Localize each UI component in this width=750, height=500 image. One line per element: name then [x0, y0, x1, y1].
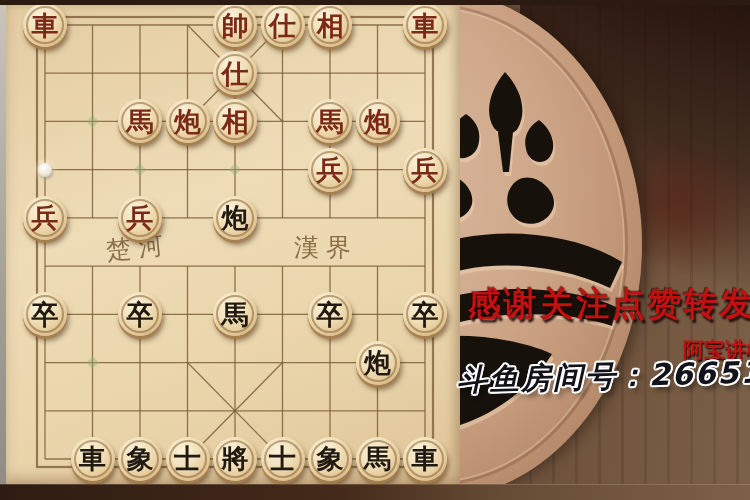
piece-black-f8r7[interactable]: 炮 — [356, 341, 400, 385]
piece-glyph: 卒 — [412, 301, 439, 328]
piece-glyph: 卒 — [317, 301, 344, 328]
piece-glyph: 士 — [174, 445, 201, 472]
piece-red-f3r4[interactable]: 兵 — [118, 196, 162, 240]
piece-black-f5r6[interactable]: 馬 — [213, 292, 257, 336]
piece-glyph: 象 — [317, 445, 344, 472]
piece-glyph: 炮 — [174, 108, 201, 135]
piece-red-f7r3[interactable]: 兵 — [308, 148, 352, 192]
last-move-marker[interactable] — [38, 163, 52, 177]
piece-red-f9r0[interactable]: 車 — [403, 3, 447, 47]
piece-black-f2r9[interactable]: 車 — [71, 437, 115, 481]
piece-black-f8r9[interactable]: 馬 — [356, 437, 400, 481]
piece-glyph: 炮 — [222, 204, 249, 231]
piece-red-f1r0[interactable]: 車 — [23, 3, 67, 47]
piece-black-f5r4[interactable]: 炮 — [213, 196, 257, 240]
piece-glyph: 車 — [412, 12, 439, 39]
piece-glyph: 士 — [269, 445, 296, 472]
piece-glyph: 相 — [222, 108, 249, 135]
piece-red-f4r2[interactable]: 炮 — [166, 99, 210, 143]
left-edge-strip — [0, 0, 6, 500]
piece-glyph: 兵 — [317, 156, 344, 183]
thanks-banner-text: 感谢关注点赞转发 — [468, 282, 750, 327]
piece-glyph: 相 — [317, 12, 344, 39]
piece-glyph: 兵 — [127, 204, 154, 231]
piece-black-f9r9[interactable]: 車 — [403, 437, 447, 481]
piece-glyph: 象 — [127, 445, 154, 472]
piece-red-f9r3[interactable]: 兵 — [403, 148, 447, 192]
piece-red-f6r0[interactable]: 仕 — [261, 3, 305, 47]
piece-glyph: 車 — [32, 12, 59, 39]
room-number-text: 斗鱼房间号：266510 — [457, 352, 750, 402]
piece-glyph: 卒 — [127, 301, 154, 328]
piece-glyph: 馬 — [364, 445, 391, 472]
piece-red-f7r0[interactable]: 相 — [308, 3, 352, 47]
stream-frame: 楚河 漢界 車帥仕相車仕馬炮相馬炮兵兵兵兵炮卒卒馬卒卒炮車象士將士象馬車 感谢关… — [0, 0, 750, 500]
piece-red-f1r4[interactable]: 兵 — [23, 196, 67, 240]
piece-black-f6r9[interactable]: 士 — [261, 437, 305, 481]
piece-black-f5r9[interactable]: 將 — [213, 437, 257, 481]
top-edge-bar — [0, 0, 750, 5]
piece-glyph: 馬 — [317, 108, 344, 135]
piece-glyph: 馬 — [222, 301, 249, 328]
piece-red-f5r0[interactable]: 帥 — [213, 3, 257, 47]
piece-black-f1r6[interactable]: 卒 — [23, 292, 67, 336]
piece-black-f4r9[interactable]: 士 — [166, 437, 210, 481]
piece-black-f3r9[interactable]: 象 — [118, 437, 162, 481]
piece-glyph: 仕 — [222, 60, 249, 87]
piece-glyph: 兵 — [32, 204, 59, 231]
piece-red-f5r1[interactable]: 仕 — [213, 51, 257, 95]
piece-black-f7r6[interactable]: 卒 — [308, 292, 352, 336]
river-label-right: 漢界 — [294, 231, 358, 264]
piece-glyph: 兵 — [412, 156, 439, 183]
piece-red-f8r2[interactable]: 炮 — [356, 99, 400, 143]
piece-glyph: 炮 — [364, 349, 391, 376]
piece-glyph: 將 — [222, 445, 249, 472]
piece-glyph: 卒 — [32, 301, 59, 328]
piece-glyph: 馬 — [127, 108, 154, 135]
piece-glyph: 炮 — [364, 108, 391, 135]
piece-black-f7r9[interactable]: 象 — [308, 437, 352, 481]
piece-glyph: 車 — [412, 445, 439, 472]
piece-glyph: 帥 — [222, 12, 249, 39]
piece-glyph: 車 — [79, 445, 106, 472]
piece-glyph: 仕 — [269, 12, 296, 39]
table-edge — [0, 484, 750, 500]
piece-black-f3r6[interactable]: 卒 — [118, 292, 162, 336]
piece-black-f9r6[interactable]: 卒 — [403, 292, 447, 336]
